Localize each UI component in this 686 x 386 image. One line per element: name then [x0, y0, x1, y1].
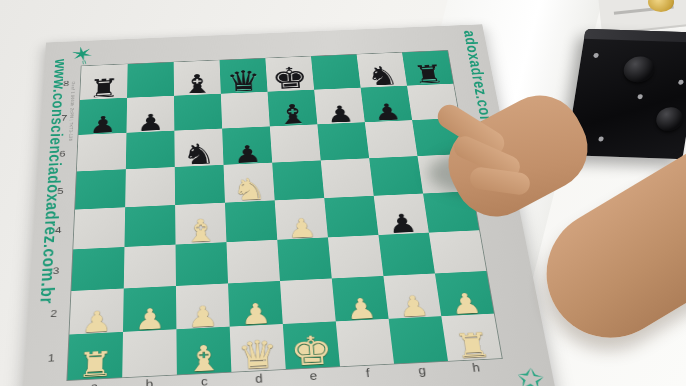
square-a7[interactable]: ♟: [78, 98, 127, 135]
square-c3[interactable]: [176, 242, 228, 286]
square-h1[interactable]: ♜: [441, 314, 501, 361]
square-c4[interactable]: ♝: [175, 203, 226, 245]
square-g6[interactable]: [365, 120, 418, 158]
square-g2[interactable]: ♟: [383, 273, 441, 318]
rank-label-5: 5: [50, 172, 69, 211]
clock-knob[interactable]: [622, 56, 656, 83]
square-a6[interactable]: [77, 133, 127, 172]
square-f8[interactable]: [311, 54, 361, 89]
square-e5[interactable]: [272, 160, 324, 200]
scene: www.conscienciadoxadrez.com.br Desf 1 96…: [0, 0, 686, 386]
square-a8[interactable]: ♜: [80, 64, 128, 100]
square-g3[interactable]: [378, 233, 434, 276]
square-d6[interactable]: ♟: [222, 126, 272, 164]
square-h3[interactable]: [429, 230, 486, 273]
white-king-e1[interactable]: ♚: [283, 330, 340, 372]
square-f1[interactable]: [336, 319, 394, 367]
square-d4[interactable]: [225, 200, 277, 242]
square-b2[interactable]: ♟: [123, 286, 176, 332]
square-h8[interactable]: ♜: [402, 51, 453, 86]
star-logo-icon: ✩: [516, 364, 544, 386]
rank-label-6: 6: [53, 135, 72, 172]
square-e1[interactable]: ♚: [283, 321, 340, 369]
square-c1[interactable]: ♝: [176, 327, 231, 375]
square-f2[interactable]: ♟: [332, 276, 389, 321]
square-g4[interactable]: ♟: [374, 194, 429, 235]
file-label-g: g: [394, 362, 452, 386]
square-a1[interactable]: ♜: [67, 332, 123, 380]
square-a3[interactable]: [71, 247, 124, 291]
square-b6[interactable]: [126, 131, 175, 170]
square-b5[interactable]: [125, 167, 175, 207]
square-g8[interactable]: ♞: [357, 53, 407, 88]
rank-label-1: 1: [40, 335, 62, 382]
square-f6[interactable]: [317, 122, 369, 160]
square-h2[interactable]: ♟: [435, 271, 494, 316]
square-f7[interactable]: ♟: [314, 88, 365, 125]
file-label-f: f: [340, 365, 397, 386]
square-e2[interactable]: [280, 278, 336, 324]
chess-board[interactable]: ♜♝♛♚♞♜♟♟♝♟♟♞♟♞♝♟♟♟♟♟♟♟♟♟♜♝♛♚♜: [67, 51, 501, 380]
square-b7[interactable]: ♟: [126, 96, 174, 133]
square-f3[interactable]: [328, 235, 383, 278]
star-logo-icon: ✶II: [68, 43, 96, 68]
white-queen-d1[interactable]: ♛: [230, 334, 286, 375]
rank-label-7: 7: [55, 100, 74, 136]
clock-top-edge: [584, 29, 686, 43]
square-b1[interactable]: [122, 329, 177, 377]
clock-screw: [678, 80, 684, 85]
square-b8[interactable]: [127, 62, 174, 98]
square-f5[interactable]: [321, 158, 374, 198]
square-e4[interactable]: ♟: [275, 198, 328, 240]
square-b3[interactable]: [124, 245, 176, 289]
square-e6[interactable]: [270, 124, 321, 162]
square-g1[interactable]: [389, 316, 448, 363]
clock-screw: [637, 94, 643, 99]
square-d3[interactable]: [226, 240, 280, 284]
white-rook-a1[interactable]: ♜: [67, 347, 123, 384]
rank-label-8: 8: [57, 66, 75, 100]
square-d7[interactable]: [221, 92, 270, 129]
rank-label-4: 4: [48, 210, 68, 251]
square-d5[interactable]: ♞: [224, 163, 275, 203]
square-c5[interactable]: [175, 165, 225, 205]
file-label-c: c: [177, 373, 233, 386]
file-label-d: d: [231, 371, 287, 386]
square-c2[interactable]: ♟: [176, 283, 230, 329]
file-label-b: b: [122, 376, 177, 386]
square-g5[interactable]: [369, 156, 423, 196]
square-c6[interactable]: ♞: [174, 129, 223, 167]
square-d8[interactable]: ♛: [220, 58, 268, 93]
square-a4[interactable]: [73, 207, 125, 249]
file-label-e: e: [286, 368, 343, 386]
clock-screw: [593, 53, 599, 58]
square-e3[interactable]: [277, 237, 331, 281]
square-c8[interactable]: ♝: [174, 60, 221, 95]
square-g7[interactable]: ♟: [361, 86, 413, 123]
rank-label-3: 3: [46, 250, 66, 293]
square-e7[interactable]: ♝: [268, 90, 318, 127]
clock-knob[interactable]: [655, 107, 685, 132]
square-d1[interactable]: ♛: [230, 324, 286, 372]
white-bishop-c1[interactable]: ♝: [177, 340, 232, 378]
square-c7[interactable]: [174, 94, 222, 131]
square-d2[interactable]: ♟: [228, 281, 283, 327]
rank-label-2: 2: [43, 291, 64, 335]
square-e8[interactable]: ♚: [265, 56, 314, 91]
file-label-h: h: [448, 360, 506, 386]
clock-screw: [598, 136, 604, 141]
square-b4[interactable]: [124, 205, 175, 247]
white-rook-h1[interactable]: ♜: [443, 328, 502, 364]
square-a2[interactable]: ♟: [69, 288, 123, 334]
square-f4[interactable]: [324, 196, 378, 238]
square-a5[interactable]: [75, 169, 126, 209]
